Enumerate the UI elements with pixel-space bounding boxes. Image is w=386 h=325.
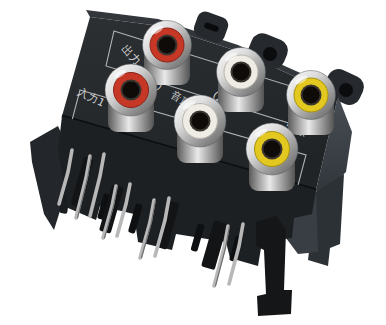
rca-jack-block-illustration: 出力 入力1 (右) 音声 (左) (モノ) 映像: [0, 0, 386, 325]
rca-jack-front-yellow: [246, 123, 298, 191]
rca-jack-back-yellow: [287, 71, 336, 136]
rca-jack-front-red: [105, 64, 157, 132]
product-photo: 出力 入力1 (右) 音声 (左) (モノ) 映像: [0, 0, 386, 325]
rca-jack-back-white: [217, 48, 266, 113]
rca-jack-front-white: [174, 95, 226, 163]
